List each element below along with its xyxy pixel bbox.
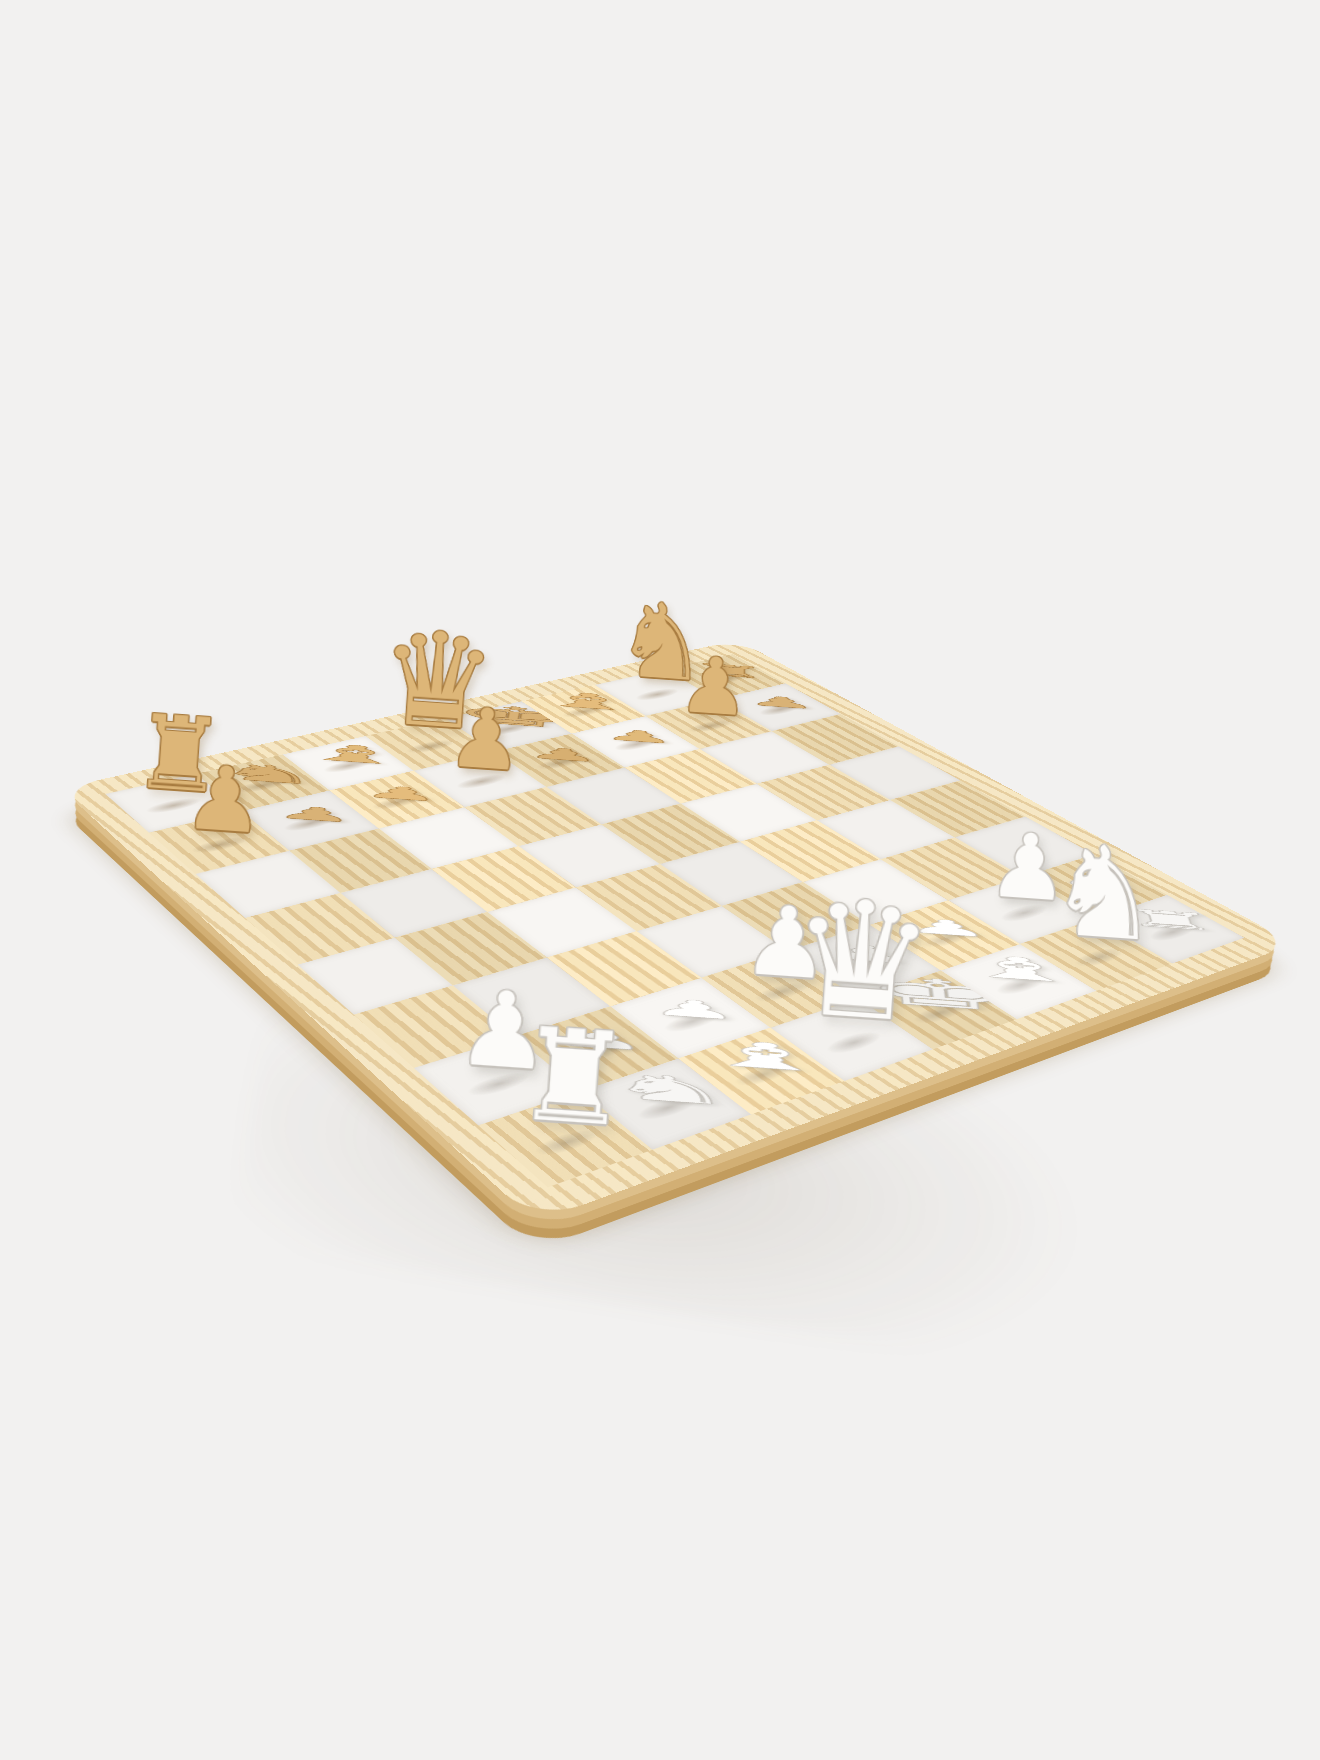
black-knight-shadow	[622, 684, 693, 706]
white-pawn-shadow	[646, 1002, 738, 1041]
piece-black-knight: ♞	[580, 585, 745, 699]
black-rook-shadow	[131, 792, 216, 820]
white-pawn-shadow	[1059, 874, 1137, 905]
white-king-shadow	[896, 995, 984, 1033]
black-pawn-shadow	[522, 750, 599, 775]
black-rook-shadow	[692, 668, 761, 689]
white-pawn-shadow	[550, 1032, 646, 1073]
square-a7: ♟	[149, 811, 289, 874]
white-pawn-shadow	[824, 947, 910, 982]
white-pawn-shadow	[906, 922, 989, 955]
white-pawn-shadow	[449, 1063, 548, 1106]
black-pawn-shadow	[269, 809, 353, 838]
white-knight-shadow	[1058, 941, 1140, 975]
black-bishop-shadow	[548, 700, 621, 723]
black-pawn-shadow	[176, 830, 263, 860]
white-rook-shadow	[1133, 916, 1212, 949]
piece-white-pawn: ♟	[1004, 864, 1190, 895]
white-pawn-shadow	[984, 897, 1064, 929]
white-rook-shadow	[516, 1120, 618, 1166]
black-knight-shadow	[222, 772, 304, 799]
white-knight-shadow	[619, 1086, 717, 1130]
product-photo-stage: ♜♞♝♛♚♝♞♜♟♟♟♟♟♟♟♟♟♟♟♟♟♟♟♟♜♞♝♛♚♝♞♜	[0, 0, 1320, 1760]
black-pawn-shadow	[357, 789, 439, 816]
black-pawn-shadow	[600, 732, 674, 756]
black-bishop-shadow	[309, 753, 389, 779]
square-d1: ♛	[771, 998, 933, 1081]
black-queen-shadow	[392, 734, 469, 759]
black-pawn-shadow	[745, 698, 815, 720]
white-queen-shadow	[808, 1023, 899, 1063]
piece-white-knight: ♞	[1004, 824, 1205, 963]
square-c1: ♝	[678, 1028, 844, 1115]
white-bishop-shadow	[716, 1054, 811, 1096]
black-king-shadow	[472, 717, 547, 741]
black-pawn-shadow	[441, 769, 520, 795]
white-bishop-shadow	[979, 967, 1064, 1003]
black-pawn-shadow	[674, 715, 746, 738]
white-pawn-shadow	[737, 974, 826, 1011]
